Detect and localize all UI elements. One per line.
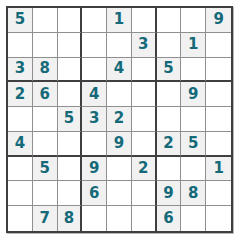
cell-r2c9[interactable] xyxy=(206,33,231,58)
cell-r9c1[interactable] xyxy=(8,206,33,231)
cell-r3c8[interactable] xyxy=(181,58,206,83)
cell-r8c6[interactable] xyxy=(132,181,157,206)
cell-r5c8[interactable] xyxy=(181,107,206,132)
cell-r4c5[interactable] xyxy=(107,82,132,107)
cell-r9c8[interactable] xyxy=(181,206,206,231)
cell-r5c7[interactable] xyxy=(157,107,182,132)
cell-r4c9[interactable] xyxy=(206,82,231,107)
cell-r7c5[interactable] xyxy=(107,157,132,182)
cell-r6c9[interactable] xyxy=(206,132,231,157)
cell-r2c3[interactable] xyxy=(58,33,83,58)
cell-r4c2[interactable]: 6 xyxy=(33,82,58,107)
cell-r3c5[interactable]: 4 xyxy=(107,58,132,83)
cell-r3c1[interactable]: 3 xyxy=(8,58,33,83)
cell-r9c6[interactable] xyxy=(132,206,157,231)
cell-r1c6[interactable] xyxy=(132,8,157,33)
cell-r5c4[interactable]: 3 xyxy=(82,107,107,132)
cell-r7c4[interactable]: 9 xyxy=(82,157,107,182)
cell-r8c8[interactable]: 8 xyxy=(181,181,206,206)
cell-r6c6[interactable] xyxy=(132,132,157,157)
cell-r1c3[interactable] xyxy=(58,8,83,33)
cell-r3c6[interactable] xyxy=(132,58,157,83)
cell-r1c7[interactable] xyxy=(157,8,182,33)
sudoku-board: 519313845264953249255921698786 xyxy=(6,6,233,233)
cell-r2c2[interactable] xyxy=(33,33,58,58)
cell-r6c4[interactable] xyxy=(82,132,107,157)
cell-r6c2[interactable] xyxy=(33,132,58,157)
cell-r6c3[interactable] xyxy=(58,132,83,157)
cell-r7c3[interactable] xyxy=(58,157,83,182)
cell-r4c7[interactable] xyxy=(157,82,182,107)
cell-r2c7[interactable] xyxy=(157,33,182,58)
sudoku-board-wrapper: 519313845264953249255921698786 xyxy=(6,6,233,233)
cell-r4c1[interactable]: 2 xyxy=(8,82,33,107)
cell-r9c9[interactable] xyxy=(206,206,231,231)
cell-r5c6[interactable] xyxy=(132,107,157,132)
cell-r6c8[interactable]: 5 xyxy=(181,132,206,157)
cell-r8c3[interactable] xyxy=(58,181,83,206)
cell-r9c4[interactable] xyxy=(82,206,107,231)
cell-r5c5[interactable]: 2 xyxy=(107,107,132,132)
cell-r5c2[interactable] xyxy=(33,107,58,132)
cell-r4c6[interactable] xyxy=(132,82,157,107)
cell-r7c7[interactable] xyxy=(157,157,182,182)
cell-r2c6[interactable]: 3 xyxy=(132,33,157,58)
cell-r9c2[interactable]: 7 xyxy=(33,206,58,231)
cell-r8c7[interactable]: 9 xyxy=(157,181,182,206)
cell-r4c8[interactable]: 9 xyxy=(181,82,206,107)
cell-r8c5[interactable] xyxy=(107,181,132,206)
cell-r7c6[interactable]: 2 xyxy=(132,157,157,182)
cell-r9c3[interactable]: 8 xyxy=(58,206,83,231)
cell-r8c9[interactable] xyxy=(206,181,231,206)
cell-r7c2[interactable]: 5 xyxy=(33,157,58,182)
cell-r6c7[interactable]: 2 xyxy=(157,132,182,157)
cell-r5c9[interactable] xyxy=(206,107,231,132)
cell-r9c7[interactable]: 6 xyxy=(157,206,182,231)
cell-r3c4[interactable] xyxy=(82,58,107,83)
cell-r9c5[interactable] xyxy=(107,206,132,231)
cell-r4c3[interactable] xyxy=(58,82,83,107)
cell-r7c8[interactable] xyxy=(181,157,206,182)
cell-r3c2[interactable]: 8 xyxy=(33,58,58,83)
cell-r5c1[interactable] xyxy=(8,107,33,132)
cell-r1c4[interactable] xyxy=(82,8,107,33)
cell-r1c5[interactable]: 1 xyxy=(107,8,132,33)
cell-r4c4[interactable]: 4 xyxy=(82,82,107,107)
cell-r8c1[interactable] xyxy=(8,181,33,206)
cell-r8c4[interactable]: 6 xyxy=(82,181,107,206)
cell-r3c7[interactable]: 5 xyxy=(157,58,182,83)
cell-r8c2[interactable] xyxy=(33,181,58,206)
cell-r3c9[interactable] xyxy=(206,58,231,83)
cell-r2c4[interactable] xyxy=(82,33,107,58)
cell-r1c1[interactable]: 5 xyxy=(8,8,33,33)
cell-r6c1[interactable]: 4 xyxy=(8,132,33,157)
cell-r1c2[interactable] xyxy=(33,8,58,33)
cell-r2c8[interactable]: 1 xyxy=(181,33,206,58)
cell-r7c1[interactable] xyxy=(8,157,33,182)
cell-r7c9[interactable]: 1 xyxy=(206,157,231,182)
cell-r6c5[interactable]: 9 xyxy=(107,132,132,157)
cell-r2c5[interactable] xyxy=(107,33,132,58)
cell-r3c3[interactable] xyxy=(58,58,83,83)
cell-r1c9[interactable]: 9 xyxy=(206,8,231,33)
cell-r5c3[interactable]: 5 xyxy=(58,107,83,132)
cell-r2c1[interactable] xyxy=(8,33,33,58)
cell-r1c8[interactable] xyxy=(181,8,206,33)
